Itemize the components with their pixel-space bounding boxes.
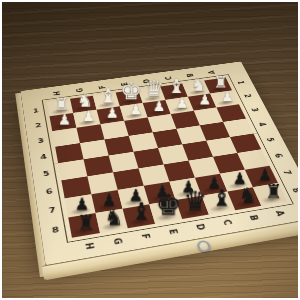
rank-label-left-4: 4 bbox=[40, 153, 47, 160]
rank-label-right-8: 8 bbox=[290, 187, 298, 193]
square-h2[interactable]: ♟ bbox=[50, 113, 77, 131]
photo-frame: ♜♞♝♚♛♝♞♜♟♟♟♟♟♟♟♟♟♟♟♟♟♟♟♟♜♞♝♚♛♝♞♜ HHGGFFE… bbox=[2, 2, 298, 298]
piece-white-pawn[interactable]: ♟ bbox=[152, 100, 165, 114]
file-label-near-a: A bbox=[273, 210, 285, 217]
scene: ♜♞♝♚♛♝♞♜♟♟♟♟♟♟♟♟♟♟♟♟♟♟♟♟♜♞♝♚♛♝♞♜ HHGGFFE… bbox=[2, 2, 298, 298]
rank-label-right-3: 3 bbox=[249, 107, 259, 112]
square-f2[interactable]: ♟ bbox=[97, 106, 125, 124]
chess-board: ♜♞♝♚♛♝♞♜♟♟♟♟♟♟♟♟♟♟♟♟♟♟♟♟♜♞♝♚♛♝♞♜ HHGGFFE… bbox=[20, 61, 298, 265]
piece-black-rook[interactable]: ♜ bbox=[264, 182, 281, 201]
square-a5[interactable] bbox=[230, 134, 261, 153]
rank-label-left-7: 7 bbox=[48, 206, 56, 214]
rank-label-left-3: 3 bbox=[37, 137, 44, 144]
square-g8[interactable]: ♞ bbox=[96, 209, 128, 233]
file-label-near-d: D bbox=[193, 223, 205, 231]
rank-label-right-7: 7 bbox=[281, 169, 292, 175]
square-f8[interactable]: ♝ bbox=[123, 204, 156, 228]
square-e5[interactable] bbox=[133, 148, 163, 168]
piece-white-king[interactable]: ♚ bbox=[120, 79, 142, 103]
piece-white-queen[interactable]: ♛ bbox=[144, 78, 164, 100]
rank-label-left-5: 5 bbox=[43, 170, 51, 177]
piece-black-rook[interactable]: ♜ bbox=[76, 213, 94, 233]
clasp bbox=[196, 240, 212, 253]
piece-black-bishop[interactable]: ♝ bbox=[130, 200, 151, 223]
piece-white-pawn[interactable]: ♟ bbox=[129, 103, 142, 117]
file-label-near-b: B bbox=[247, 214, 259, 221]
file-label-near-c: C bbox=[220, 219, 232, 226]
file-label-near-f: F bbox=[139, 233, 150, 240]
piece-black-queen[interactable]: ♛ bbox=[183, 188, 207, 214]
square-e8[interactable]: ♚ bbox=[149, 200, 182, 224]
piece-white-pawn[interactable]: ♟ bbox=[58, 113, 71, 128]
piece-black-bishop[interactable]: ♝ bbox=[211, 187, 232, 210]
rank-label-right-4: 4 bbox=[257, 122, 267, 127]
rank-label-left-6: 6 bbox=[45, 188, 53, 196]
rank-label-right-1: 1 bbox=[235, 80, 244, 84]
square-f5[interactable] bbox=[109, 152, 139, 173]
square-c5[interactable] bbox=[182, 141, 213, 161]
file-label-near-g: G bbox=[111, 237, 123, 245]
rank-label-left-2: 2 bbox=[35, 122, 42, 128]
piece-white-pawn[interactable]: ♟ bbox=[198, 93, 211, 107]
file-label-near-e: E bbox=[166, 229, 177, 236]
square-g5[interactable] bbox=[84, 155, 114, 176]
board-side-left bbox=[15, 93, 47, 278]
piece-black-king[interactable]: ♚ bbox=[155, 190, 181, 219]
piece-black-knight[interactable]: ♞ bbox=[104, 207, 123, 228]
playing-grid: ♜♞♝♚♛♝♞♜♟♟♟♟♟♟♟♟♟♟♟♟♟♟♟♟♜♞♝♚♛♝♞♜ bbox=[47, 77, 287, 237]
piece-white-pawn[interactable]: ♟ bbox=[175, 97, 188, 111]
piece-white-pawn[interactable]: ♟ bbox=[105, 106, 118, 120]
rank-label-right-5: 5 bbox=[264, 137, 274, 142]
rank-label-right-2: 2 bbox=[242, 93, 252, 98]
rank-label-left-1: 1 bbox=[33, 108, 40, 114]
piece-white-pawn[interactable]: ♟ bbox=[221, 90, 234, 104]
piece-black-knight[interactable]: ♞ bbox=[238, 185, 257, 206]
file-label-near-h: H bbox=[82, 242, 94, 250]
piece-white-bishop[interactable]: ♝ bbox=[99, 87, 117, 107]
rank-label-left-8: 8 bbox=[51, 226, 59, 234]
piece-white-pawn[interactable]: ♟ bbox=[82, 110, 95, 124]
square-h8[interactable]: ♜ bbox=[68, 213, 100, 238]
square-h4[interactable] bbox=[55, 143, 83, 163]
rank-label-right-6: 6 bbox=[272, 153, 283, 158]
